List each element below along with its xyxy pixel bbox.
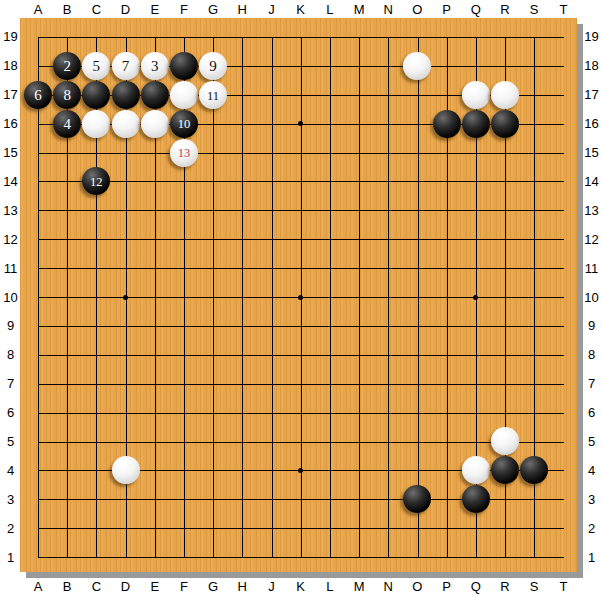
white-stone-e18: 3	[141, 52, 169, 80]
coordinate-label: 3	[581, 485, 602, 514]
coordinate-label: N	[374, 1, 403, 18]
white-stone-g18: 9	[199, 52, 227, 80]
coordinate-label: 13	[0, 196, 21, 225]
go-board[interactable]: 2573968114101312	[20, 18, 577, 572]
black-stone-f16: 10	[170, 110, 198, 138]
white-stone-r17	[491, 81, 519, 109]
coordinate-label: M	[344, 1, 373, 18]
black-stone-q3	[462, 485, 490, 513]
star-point	[123, 295, 128, 300]
coordinate-label: 14	[0, 167, 21, 196]
coordinate-label: L	[315, 577, 344, 595]
move-number: 3	[151, 59, 159, 74]
coordinate-label: A	[23, 1, 52, 18]
coordinate-label: G	[199, 577, 228, 595]
coordinate-label: B	[53, 1, 82, 18]
coordinate-label: D	[111, 577, 140, 595]
white-stone-f15: 13	[170, 139, 198, 167]
coordinate-label: K	[286, 577, 315, 595]
row-labels-right: 19181716151413121110987654321	[581, 23, 602, 572]
coordinate-label: N	[374, 577, 403, 595]
white-stone-r5	[491, 427, 519, 455]
coordinate-label: 15	[581, 138, 602, 167]
coordinate-label: 18	[0, 51, 21, 80]
coordinate-label: 8	[0, 340, 21, 369]
black-stone-r4	[491, 456, 519, 484]
coordinate-label: J	[257, 1, 286, 18]
coordinate-label: G	[199, 1, 228, 18]
coordinate-label: 4	[0, 456, 21, 485]
stone-grid: 2573968114101312	[23, 23, 578, 572]
move-number: 7	[122, 59, 130, 74]
coordinate-label: T	[549, 577, 578, 595]
move-number: 6	[34, 88, 42, 103]
star-point	[298, 295, 303, 300]
coordinate-label: O	[403, 577, 432, 595]
coordinate-label: 19	[581, 23, 602, 52]
coordinate-label: 4	[581, 456, 602, 485]
move-number: 4	[63, 117, 71, 132]
coordinate-label: 18	[581, 51, 602, 80]
coordinate-label: 13	[581, 196, 602, 225]
white-stone-c18: 5	[82, 52, 110, 80]
black-stone-e17	[141, 81, 169, 109]
white-stone-q4	[462, 456, 490, 484]
coordinate-label: L	[315, 1, 344, 18]
black-stone-f18	[170, 52, 198, 80]
coordinate-label: 17	[581, 80, 602, 109]
move-number: 11	[207, 89, 219, 102]
coordinate-label: 15	[0, 138, 21, 167]
black-stone-c14: 12	[82, 167, 110, 195]
coordinate-label: 2	[581, 514, 602, 543]
coordinate-label: O	[403, 1, 432, 18]
coordinate-label: 10	[581, 283, 602, 312]
star-point	[298, 121, 303, 126]
white-stone-d4	[112, 456, 140, 484]
row-labels-left: 19181716151413121110987654321	[0, 23, 21, 572]
move-number: 12	[90, 176, 103, 189]
coordinate-label: S	[520, 1, 549, 18]
coordinate-label: P	[432, 1, 461, 18]
column-labels-top: ABCDEFGHJKLMNOPQRST	[23, 1, 578, 18]
coordinate-label: 10	[0, 283, 21, 312]
column-labels-bottom: ABCDEFGHJKLMNOPQRST	[23, 577, 578, 595]
move-number: 13	[178, 147, 191, 160]
coordinate-label: E	[140, 1, 169, 18]
coordinate-label: R	[490, 577, 519, 595]
coordinate-label: 9	[581, 311, 602, 340]
coordinate-label: 9	[0, 311, 21, 340]
coordinate-label: F	[169, 1, 198, 18]
move-number: 5	[93, 59, 101, 74]
white-stone-d18: 7	[112, 52, 140, 80]
coordinate-label: R	[490, 1, 519, 18]
coordinate-label: A	[23, 577, 52, 595]
move-number: 10	[178, 118, 191, 131]
coordinate-label: P	[432, 577, 461, 595]
star-point	[473, 295, 478, 300]
coordinate-label: 3	[0, 485, 21, 514]
coordinate-label: S	[520, 577, 549, 595]
coordinate-label: D	[111, 1, 140, 18]
coordinate-label: Q	[461, 1, 490, 18]
coordinate-label: F	[169, 577, 198, 595]
coordinate-label: 12	[581, 225, 602, 254]
coordinate-label: K	[286, 1, 315, 18]
coordinate-label: C	[82, 577, 111, 595]
go-board-diagram: ABCDEFGHJKLMNOPQRST ABCDEFGHJKLMNOPQRST …	[0, 0, 602, 596]
white-stone-f17	[170, 81, 198, 109]
coordinate-label: 1	[581, 543, 602, 572]
coordinate-label: 17	[0, 80, 21, 109]
coordinate-label: B	[53, 577, 82, 595]
black-stone-q16	[462, 110, 490, 138]
coordinate-label: H	[228, 1, 257, 18]
black-stone-r16	[491, 110, 519, 138]
coordinate-label: 8	[581, 340, 602, 369]
black-stone-s4	[520, 456, 548, 484]
coordinate-label: 16	[581, 109, 602, 138]
white-stone-d16	[112, 110, 140, 138]
coordinate-label: T	[549, 1, 578, 18]
coordinate-label: E	[140, 577, 169, 595]
black-stone-b17: 8	[53, 81, 81, 109]
move-number: 2	[63, 59, 71, 74]
coordinate-label: 11	[581, 254, 602, 283]
coordinate-label: 2	[0, 514, 21, 543]
black-stone-p16	[433, 110, 461, 138]
coordinate-label: 7	[0, 369, 21, 398]
coordinate-label: 14	[581, 167, 602, 196]
coordinate-label: 5	[581, 427, 602, 456]
black-stone-d17	[112, 81, 140, 109]
black-stone-a17: 6	[24, 81, 52, 109]
white-stone-o18	[403, 52, 431, 80]
move-number: 9	[209, 59, 217, 74]
coordinate-label: J	[257, 577, 286, 595]
black-stone-c17	[82, 81, 110, 109]
white-stone-e16	[141, 110, 169, 138]
coordinate-label: 16	[0, 109, 21, 138]
coordinate-label: 19	[0, 23, 21, 52]
star-point	[298, 468, 303, 473]
coordinate-label: Q	[461, 577, 490, 595]
coordinate-label: 7	[581, 369, 602, 398]
coordinate-label: M	[344, 577, 373, 595]
white-stone-c16	[82, 110, 110, 138]
white-stone-q17	[462, 81, 490, 109]
coordinate-label: C	[82, 1, 111, 18]
coordinate-label: 5	[0, 427, 21, 456]
coordinate-label: 6	[581, 398, 602, 427]
coordinate-label: 12	[0, 225, 21, 254]
coordinate-label: 11	[0, 254, 21, 283]
coordinate-label: 6	[0, 398, 21, 427]
black-stone-b16: 4	[53, 110, 81, 138]
coordinate-label: H	[228, 577, 257, 595]
white-stone-g17: 11	[199, 81, 227, 109]
black-stone-o3	[403, 485, 431, 513]
move-number: 8	[63, 88, 71, 103]
coordinate-label: 1	[0, 543, 21, 572]
black-stone-b18: 2	[53, 52, 81, 80]
